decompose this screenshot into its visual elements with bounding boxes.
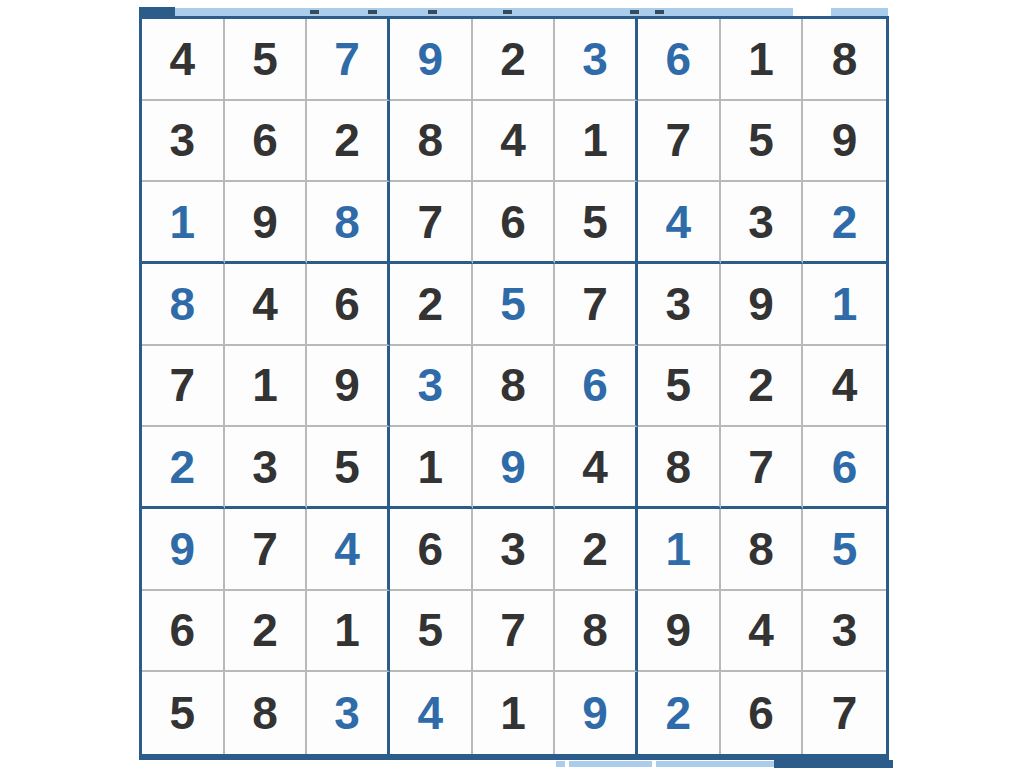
strip-gap bbox=[565, 761, 569, 767]
sudoku-cell-r9c1[interactable]: 5 bbox=[142, 672, 225, 754]
sudoku-cell-r8c6[interactable]: 8 bbox=[555, 591, 638, 673]
sudoku-board: 4579236183628417591987654328462573917193… bbox=[139, 16, 889, 760]
cropped-ui-strip-bottom bbox=[556, 761, 774, 767]
sudoku-cell-r7c3[interactable]: 4 bbox=[307, 509, 390, 591]
cropped-glyph-fragment bbox=[368, 10, 377, 14]
sudoku-cell-r3c4[interactable]: 7 bbox=[390, 182, 473, 264]
sudoku-cell-r8c7[interactable]: 9 bbox=[638, 591, 721, 673]
sudoku-cell-r3c3[interactable]: 8 bbox=[307, 182, 390, 264]
sudoku-cell-r4c1[interactable]: 8 bbox=[142, 264, 225, 346]
sudoku-cell-r6c7[interactable]: 8 bbox=[638, 427, 721, 509]
strip-gap bbox=[793, 8, 831, 16]
sudoku-cell-r1c3[interactable]: 7 bbox=[307, 19, 390, 101]
sudoku-cell-r5c3[interactable]: 9 bbox=[307, 346, 390, 428]
sudoku-cell-r2c8[interactable]: 5 bbox=[721, 101, 804, 183]
sudoku-cell-r1c4[interactable]: 9 bbox=[390, 19, 473, 101]
cropped-glyph-fragment bbox=[428, 10, 437, 14]
sudoku-cell-r7c2[interactable]: 7 bbox=[225, 509, 308, 591]
cropped-ui-strip-top bbox=[139, 8, 888, 16]
sudoku-cell-r8c5[interactable]: 7 bbox=[473, 591, 556, 673]
sudoku-cell-r6c6[interactable]: 4 bbox=[555, 427, 638, 509]
sudoku-cell-r4c2[interactable]: 4 bbox=[225, 264, 308, 346]
sudoku-cell-r9c4[interactable]: 4 bbox=[390, 672, 473, 754]
sudoku-cell-r9c8[interactable]: 6 bbox=[721, 672, 804, 754]
sudoku-cell-r7c8[interactable]: 8 bbox=[721, 509, 804, 591]
sudoku-cell-r2c1[interactable]: 3 bbox=[142, 101, 225, 183]
sudoku-cell-r4c6[interactable]: 7 bbox=[555, 264, 638, 346]
sudoku-cell-r6c5[interactable]: 9 bbox=[473, 427, 556, 509]
sudoku-cell-r3c2[interactable]: 9 bbox=[225, 182, 308, 264]
sudoku-cell-r3c8[interactable]: 3 bbox=[721, 182, 804, 264]
sudoku-cell-r9c6[interactable]: 9 bbox=[555, 672, 638, 754]
sudoku-cell-r6c3[interactable]: 5 bbox=[307, 427, 390, 509]
sudoku-cell-r1c9[interactable]: 8 bbox=[803, 19, 886, 101]
sudoku-cell-r5c7[interactable]: 5 bbox=[638, 346, 721, 428]
sudoku-cell-r9c9[interactable]: 7 bbox=[803, 672, 886, 754]
sudoku-cell-r8c1[interactable]: 6 bbox=[142, 591, 225, 673]
cropped-glyph-fragment bbox=[655, 10, 664, 14]
cropped-ui-strip-bottom-dark bbox=[774, 760, 893, 768]
sudoku-cell-r3c7[interactable]: 4 bbox=[638, 182, 721, 264]
sudoku-cell-r3c1[interactable]: 1 bbox=[142, 182, 225, 264]
sudoku-cell-r1c1[interactable]: 4 bbox=[142, 19, 225, 101]
sudoku-cell-r9c7[interactable]: 2 bbox=[638, 672, 721, 754]
sudoku-cell-r7c6[interactable]: 2 bbox=[555, 509, 638, 591]
page: 4579236183628417591987654328462573917193… bbox=[0, 0, 1024, 768]
sudoku-cell-r6c2[interactable]: 3 bbox=[225, 427, 308, 509]
sudoku-cell-r2c4[interactable]: 8 bbox=[390, 101, 473, 183]
sudoku-cell-r6c4[interactable]: 1 bbox=[390, 427, 473, 509]
sudoku-cell-r6c9[interactable]: 6 bbox=[803, 427, 886, 509]
sudoku-cell-r4c3[interactable]: 6 bbox=[307, 264, 390, 346]
sudoku-cell-r4c4[interactable]: 2 bbox=[390, 264, 473, 346]
sudoku-cell-r2c5[interactable]: 4 bbox=[473, 101, 556, 183]
sudoku-cell-r5c2[interactable]: 1 bbox=[225, 346, 308, 428]
sudoku-cell-r3c5[interactable]: 6 bbox=[473, 182, 556, 264]
sudoku-cell-r4c9[interactable]: 1 bbox=[803, 264, 886, 346]
sudoku-cell-r1c6[interactable]: 3 bbox=[555, 19, 638, 101]
sudoku-cell-r2c2[interactable]: 6 bbox=[225, 101, 308, 183]
sudoku-cell-r3c6[interactable]: 5 bbox=[555, 182, 638, 264]
sudoku-cell-r2c9[interactable]: 9 bbox=[803, 101, 886, 183]
sudoku-cell-r7c1[interactable]: 9 bbox=[142, 509, 225, 591]
sudoku-cell-r7c7[interactable]: 1 bbox=[638, 509, 721, 591]
sudoku-cell-r1c7[interactable]: 6 bbox=[638, 19, 721, 101]
sudoku-cell-r2c7[interactable]: 7 bbox=[638, 101, 721, 183]
sudoku-cell-r5c6[interactable]: 6 bbox=[555, 346, 638, 428]
cropped-glyph-fragment bbox=[503, 10, 512, 14]
sudoku-cell-r8c4[interactable]: 5 bbox=[390, 591, 473, 673]
sudoku-cell-r4c8[interactable]: 9 bbox=[721, 264, 804, 346]
sudoku-cell-r9c5[interactable]: 1 bbox=[473, 672, 556, 754]
sudoku-cell-r1c2[interactable]: 5 bbox=[225, 19, 308, 101]
sudoku-cell-r5c8[interactable]: 2 bbox=[721, 346, 804, 428]
sudoku-cell-r8c9[interactable]: 3 bbox=[803, 591, 886, 673]
sudoku-cell-r7c5[interactable]: 3 bbox=[473, 509, 556, 591]
sudoku-cell-r6c1[interactable]: 2 bbox=[142, 427, 225, 509]
sudoku-cell-r4c7[interactable]: 3 bbox=[638, 264, 721, 346]
sudoku-cell-r2c6[interactable]: 1 bbox=[555, 101, 638, 183]
sudoku-cell-r5c1[interactable]: 7 bbox=[142, 346, 225, 428]
sudoku-cell-r8c2[interactable]: 2 bbox=[225, 591, 308, 673]
sudoku-cell-r3c9[interactable]: 2 bbox=[803, 182, 886, 264]
sudoku-cell-r8c3[interactable]: 1 bbox=[307, 591, 390, 673]
sudoku-cell-r4c5[interactable]: 5 bbox=[473, 264, 556, 346]
sudoku-cell-r7c9[interactable]: 5 bbox=[803, 509, 886, 591]
sudoku-cell-r9c3[interactable]: 3 bbox=[307, 672, 390, 754]
strip-gap bbox=[652, 761, 656, 767]
cropped-glyph-fragment bbox=[310, 10, 319, 14]
sudoku-cell-r2c3[interactable]: 2 bbox=[307, 101, 390, 183]
sudoku-cell-r7c4[interactable]: 6 bbox=[390, 509, 473, 591]
sudoku-cell-r6c8[interactable]: 7 bbox=[721, 427, 804, 509]
sudoku-cell-r9c2[interactable]: 8 bbox=[225, 672, 308, 754]
sudoku-cell-r1c5[interactable]: 2 bbox=[473, 19, 556, 101]
cropped-glyph-fragment bbox=[630, 10, 639, 14]
sudoku-cell-r5c5[interactable]: 8 bbox=[473, 346, 556, 428]
sudoku-cell-r1c8[interactable]: 1 bbox=[721, 19, 804, 101]
sudoku-cell-r5c9[interactable]: 4 bbox=[803, 346, 886, 428]
sudoku-cell-r5c4[interactable]: 3 bbox=[390, 346, 473, 428]
sudoku-cell-r8c8[interactable]: 4 bbox=[721, 591, 804, 673]
cropped-ui-fragment-dark bbox=[139, 7, 175, 16]
